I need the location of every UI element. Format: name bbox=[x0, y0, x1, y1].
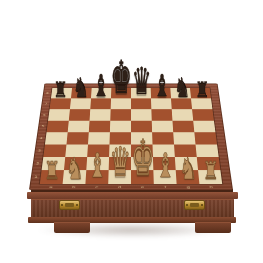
box-lid-edge bbox=[27, 192, 238, 199]
square-h1 bbox=[198, 170, 222, 184]
square-d2 bbox=[109, 157, 131, 170]
square-f7 bbox=[151, 98, 172, 109]
square-d8 bbox=[111, 88, 131, 99]
board-squares bbox=[40, 88, 222, 184]
box-foot-right bbox=[195, 222, 231, 233]
file-label-e: e bbox=[138, 185, 146, 189]
square-a2 bbox=[42, 157, 66, 170]
box-foot-left bbox=[54, 222, 90, 233]
square-f2 bbox=[153, 157, 176, 170]
square-e5 bbox=[131, 121, 152, 133]
square-a4 bbox=[45, 132, 68, 144]
square-h6 bbox=[192, 109, 214, 120]
square-f8 bbox=[151, 88, 171, 99]
square-a5 bbox=[47, 121, 69, 133]
square-h3 bbox=[196, 145, 219, 158]
square-g3 bbox=[174, 145, 197, 158]
board-frame: abcdefgh12345678 bbox=[29, 83, 233, 190]
file-label-d: d bbox=[116, 185, 124, 189]
square-e8 bbox=[131, 88, 151, 99]
square-b3 bbox=[65, 145, 88, 158]
square-e1 bbox=[131, 170, 154, 184]
rank-label-7: 7 bbox=[42, 102, 49, 105]
square-h2 bbox=[197, 157, 221, 170]
latch-screw bbox=[61, 204, 63, 206]
rank-label-8: 8 bbox=[44, 92, 51, 95]
latch-screw bbox=[76, 204, 78, 206]
square-c4 bbox=[88, 132, 110, 144]
square-a8 bbox=[51, 88, 72, 99]
rank-label-5: 5 bbox=[39, 125, 47, 128]
latch-screw bbox=[186, 204, 188, 206]
square-g6 bbox=[172, 109, 193, 120]
square-g8 bbox=[170, 88, 191, 99]
square-c8 bbox=[91, 88, 111, 99]
square-g4 bbox=[173, 132, 195, 144]
square-c6 bbox=[90, 109, 111, 120]
rank-label-2: 2 bbox=[34, 162, 42, 165]
square-c3 bbox=[87, 145, 109, 158]
square-e7 bbox=[131, 98, 151, 109]
square-h4 bbox=[194, 132, 217, 144]
latch-slot bbox=[190, 203, 199, 207]
square-a6 bbox=[48, 109, 70, 120]
square-d4 bbox=[109, 132, 131, 144]
square-f3 bbox=[153, 145, 175, 158]
square-g7 bbox=[171, 98, 192, 109]
square-b1 bbox=[63, 170, 87, 184]
rank-label-4: 4 bbox=[37, 137, 45, 140]
square-b2 bbox=[64, 157, 87, 170]
square-d5 bbox=[110, 121, 131, 133]
square-f4 bbox=[152, 132, 174, 144]
square-b8 bbox=[71, 88, 92, 99]
square-c5 bbox=[89, 121, 110, 133]
square-e2 bbox=[131, 157, 153, 170]
square-f6 bbox=[151, 109, 172, 120]
rank-label-1: 1 bbox=[32, 175, 40, 179]
square-h8 bbox=[190, 88, 211, 99]
square-b4 bbox=[66, 132, 88, 144]
square-a3 bbox=[43, 145, 66, 158]
square-a1 bbox=[40, 170, 64, 184]
file-label-g: g bbox=[184, 185, 192, 189]
file-label-b: b bbox=[70, 185, 78, 189]
chessboard: abcdefgh12345678 bbox=[29, 83, 233, 190]
square-d7 bbox=[111, 98, 131, 109]
rank-label-6: 6 bbox=[41, 113, 49, 116]
square-b7 bbox=[70, 98, 91, 109]
chess-box-photo: abcdefgh12345678 ♜♞♝♚♛♝♞♜♜♞♝♛♚♝♞♜ bbox=[0, 0, 263, 263]
square-f1 bbox=[153, 170, 176, 184]
file-label-a: a bbox=[47, 185, 55, 189]
square-d6 bbox=[110, 109, 131, 120]
brass-latch-left-icon bbox=[59, 200, 80, 210]
square-h7 bbox=[191, 98, 212, 109]
latch-slot bbox=[65, 203, 74, 207]
square-e6 bbox=[131, 109, 152, 120]
rank-label-3: 3 bbox=[35, 149, 43, 152]
square-g2 bbox=[175, 157, 198, 170]
square-c7 bbox=[90, 98, 111, 109]
square-g5 bbox=[172, 121, 194, 133]
square-b6 bbox=[69, 109, 90, 120]
square-h5 bbox=[193, 121, 215, 133]
square-d1 bbox=[108, 170, 131, 184]
square-f5 bbox=[152, 121, 173, 133]
square-c1 bbox=[85, 170, 108, 184]
file-label-f: f bbox=[161, 185, 169, 189]
brass-latch-right-icon bbox=[184, 200, 205, 210]
square-e3 bbox=[131, 145, 153, 158]
latch-screw bbox=[201, 204, 203, 206]
square-a7 bbox=[50, 98, 71, 109]
square-d3 bbox=[109, 145, 131, 158]
square-g1 bbox=[176, 170, 200, 184]
square-b5 bbox=[68, 121, 90, 133]
file-label-c: c bbox=[93, 185, 101, 189]
square-e4 bbox=[131, 132, 153, 144]
file-label-h: h bbox=[207, 185, 215, 189]
square-c2 bbox=[86, 157, 109, 170]
